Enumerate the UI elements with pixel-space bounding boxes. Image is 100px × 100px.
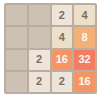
- tile-2: 2: [52, 72, 73, 92]
- tile-32: 32: [74, 50, 95, 70]
- tile-2: 2: [29, 72, 50, 92]
- empty-cell: [6, 50, 27, 70]
- tile-2: 2: [52, 5, 73, 25]
- empty-cell: [29, 5, 50, 25]
- tile-16: 16: [52, 50, 73, 70]
- empty-cell: [29, 27, 50, 47]
- tile-4: 4: [52, 27, 73, 47]
- empty-cell: [6, 72, 27, 92]
- tile-16: 16: [74, 72, 95, 92]
- tile-4: 4: [74, 5, 95, 25]
- empty-cell: [6, 27, 27, 47]
- tile-8: 8: [74, 27, 95, 47]
- tile-2: 2: [29, 50, 50, 70]
- 2048-board[interactable]: 2448216322216: [4, 3, 97, 94]
- empty-cell: [6, 5, 27, 25]
